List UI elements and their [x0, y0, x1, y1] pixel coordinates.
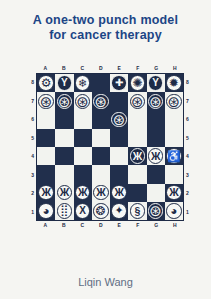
- square-c7: ⊛: [74, 92, 92, 110]
- author-name: Liqin Wang: [0, 276, 211, 288]
- square-d5: [92, 129, 110, 147]
- rank-label: 8: [186, 79, 191, 85]
- square-h6: [165, 111, 183, 129]
- square-f6: [128, 111, 146, 129]
- bug-mite-icon: Ж: [38, 185, 54, 201]
- square-b3: [55, 165, 73, 183]
- wireframe-sphere-icon: ⊛: [93, 94, 109, 110]
- file-label: D: [92, 222, 111, 228]
- rank-labels-right: 87654321: [186, 73, 191, 221]
- file-labels-top: ABCDEFGH: [36, 65, 184, 71]
- square-d7: ⊛: [92, 92, 110, 110]
- dotted-virus-icon: ⣿: [57, 203, 73, 219]
- square-g4: Ж: [147, 147, 165, 165]
- bug-mite-icon: Ж: [75, 185, 91, 201]
- rank-label: 4: [186, 153, 191, 159]
- square-e8: ✚: [110, 74, 128, 92]
- rank-label: 8: [29, 79, 34, 85]
- square-c6: [74, 111, 92, 129]
- square-b8: Y: [55, 74, 73, 92]
- square-c2: Ж: [74, 184, 92, 202]
- square-f7: ⊛: [128, 92, 146, 110]
- rank-label: 2: [186, 190, 191, 196]
- wireframe-sphere-icon: ⊛: [148, 203, 164, 219]
- rank-label: 6: [186, 116, 191, 122]
- square-e5: [110, 129, 128, 147]
- square-d8: [92, 74, 110, 92]
- square-a2: Ж: [37, 184, 55, 202]
- square-a8: ⚙: [37, 74, 55, 92]
- square-e6: ⊛: [110, 111, 128, 129]
- square-h7: ⊛: [165, 92, 183, 110]
- square-b4: [55, 147, 73, 165]
- thesis-cover: A one-two punch model for cancer therapy…: [0, 0, 211, 299]
- snowflake-icon: ❄: [75, 75, 91, 91]
- rank-label: 1: [186, 209, 191, 215]
- cell-nucleus-icon: ◕: [166, 203, 182, 219]
- square-e2: Ж: [110, 184, 128, 202]
- wireframe-sphere-icon: ⊛: [111, 112, 127, 128]
- file-label: G: [147, 65, 166, 71]
- file-label: A: [36, 65, 55, 71]
- square-h8: ✹: [165, 74, 183, 92]
- sunburst-virus-icon: ✹: [166, 75, 182, 91]
- bug-mite-icon: Ж: [166, 185, 182, 201]
- square-b7: ⊛: [55, 92, 73, 110]
- square-d6: [92, 111, 110, 129]
- antibody-y-icon: Y: [57, 75, 73, 91]
- rank-label: 3: [186, 172, 191, 178]
- square-f5: [128, 129, 146, 147]
- file-label: E: [110, 65, 129, 71]
- wireframe-sphere-icon: ⊛: [75, 94, 91, 110]
- file-label: D: [92, 65, 111, 71]
- square-h2: Ж: [165, 184, 183, 202]
- file-label: F: [129, 222, 148, 228]
- rank-label: 2: [29, 190, 34, 196]
- file-label: G: [147, 222, 166, 228]
- square-a6: [37, 111, 55, 129]
- square-c8: ❄: [74, 74, 92, 92]
- square-h3: [165, 165, 183, 183]
- square-h1: ◕: [165, 202, 183, 220]
- square-c5: [74, 129, 92, 147]
- square-a3: [37, 165, 55, 183]
- square-h5: [165, 129, 183, 147]
- square-e7: [110, 92, 128, 110]
- square-a5: [37, 129, 55, 147]
- square-e3: [110, 165, 128, 183]
- square-d1: ❂: [92, 202, 110, 220]
- chromosome-icon: X: [75, 203, 91, 219]
- dense-sphere-icon: ❂: [93, 203, 109, 219]
- square-g8: Y: [147, 74, 165, 92]
- square-g3: [147, 165, 165, 183]
- square-g6: [147, 111, 165, 129]
- square-c3: [74, 165, 92, 183]
- bug-mite-icon: Ж: [93, 185, 109, 201]
- file-labels-bottom: ABCDEFGH: [36, 222, 184, 228]
- square-b1: ⣿: [55, 202, 73, 220]
- title-line-2: for cancer therapy: [0, 28, 211, 43]
- square-f3: [128, 165, 146, 183]
- file-label: B: [55, 222, 74, 228]
- square-g7: ⊛: [147, 92, 165, 110]
- chess-board: ⚙Y❄✚✺Y✹⊛⊛⊛⊛⊛⊛⊛⊛ЖЖ♿ЖЖЖЖЖЖ◕⣿X❂✦§⊛◕: [36, 73, 184, 221]
- square-d4: [92, 147, 110, 165]
- rank-label: 3: [29, 172, 34, 178]
- spoked-virus-icon: ✺: [130, 75, 146, 91]
- square-b2: Ж: [55, 184, 73, 202]
- rank-labels-left: 87654321: [29, 73, 34, 221]
- wireframe-sphere-icon: ⊛: [166, 94, 182, 110]
- bug-mite-icon: Ж: [130, 148, 146, 164]
- square-g2: [147, 184, 165, 202]
- medical-kit-icon: ✚: [111, 75, 127, 91]
- square-f4: Ж: [128, 147, 146, 165]
- square-f8: ✺: [128, 74, 146, 92]
- square-g5: [147, 129, 165, 147]
- wheelchair-icon: ♿: [166, 148, 182, 164]
- wireframe-sphere-icon: ⊛: [148, 94, 164, 110]
- rank-label: 4: [29, 153, 34, 159]
- gear-icon: ⚙: [38, 75, 54, 91]
- square-a1: ◕: [37, 202, 55, 220]
- antibody-y-icon: Y: [148, 75, 164, 91]
- square-g1: ⊛: [147, 202, 165, 220]
- square-a7: ⊛: [37, 92, 55, 110]
- file-label: C: [73, 222, 92, 228]
- wireframe-sphere-icon: ⊛: [57, 94, 73, 110]
- file-label: B: [55, 65, 74, 71]
- title-line-1: A one-two punch model: [0, 13, 211, 28]
- square-c1: X: [74, 202, 92, 220]
- square-d3: [92, 165, 110, 183]
- square-e1: ✦: [110, 202, 128, 220]
- rank-label: 5: [186, 135, 191, 141]
- bug-mite-icon: Ж: [111, 185, 127, 201]
- file-label: H: [166, 65, 185, 71]
- rank-label: 6: [29, 116, 34, 122]
- rank-label: 7: [29, 98, 34, 104]
- rank-label: 7: [186, 98, 191, 104]
- mine-icon: ✦: [111, 203, 127, 219]
- square-b6: [55, 111, 73, 129]
- wireframe-sphere-icon: ⊛: [38, 94, 54, 110]
- file-label: E: [110, 222, 129, 228]
- wireframe-sphere-icon: ⊛: [130, 94, 146, 110]
- page-title: A one-two punch model for cancer therapy: [0, 13, 211, 43]
- file-label: H: [166, 222, 185, 228]
- square-c4: [74, 147, 92, 165]
- square-a4: [37, 147, 55, 165]
- file-label: A: [36, 222, 55, 228]
- rank-label: 5: [29, 135, 34, 141]
- square-e4: [110, 147, 128, 165]
- file-label: C: [73, 65, 92, 71]
- square-b5: [55, 129, 73, 147]
- cell-nucleus-icon: ◕: [38, 203, 54, 219]
- dna-icon: §: [130, 203, 146, 219]
- file-label: F: [129, 65, 148, 71]
- square-h4: ♿: [165, 147, 183, 165]
- bug-mite-icon: Ж: [57, 185, 73, 201]
- square-f1: §: [128, 202, 146, 220]
- square-d2: Ж: [92, 184, 110, 202]
- bug-mite-icon: Ж: [148, 148, 164, 164]
- rank-label: 1: [29, 209, 34, 215]
- square-f2: [128, 184, 146, 202]
